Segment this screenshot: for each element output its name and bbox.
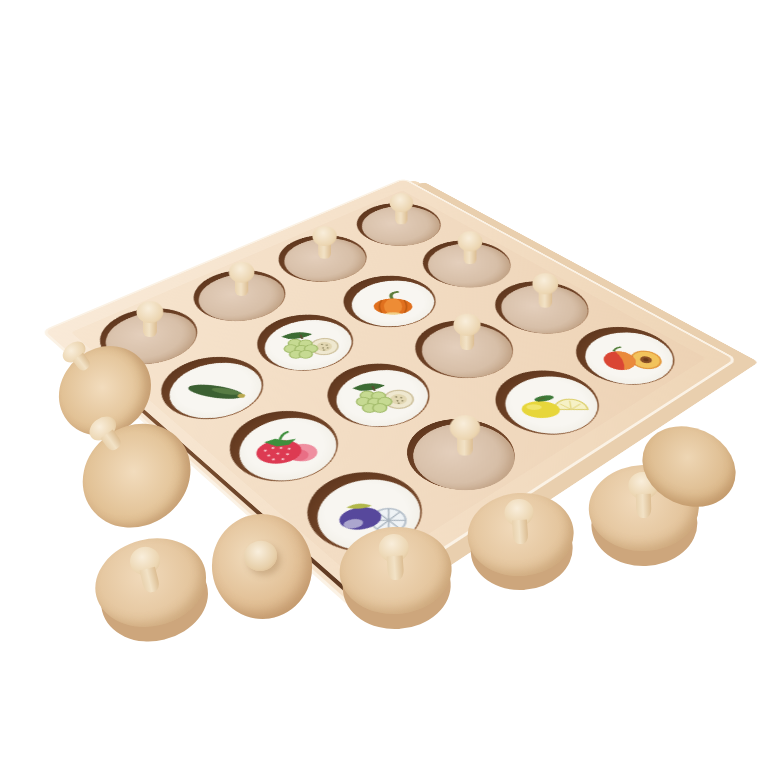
loose-peg-5[interactable]: [336, 519, 455, 633]
loose-pegs: [0, 0, 768, 768]
scene: [0, 0, 768, 768]
loose-peg-3[interactable]: [85, 523, 219, 653]
loose-peg-6[interactable]: [465, 485, 578, 593]
loose-peg-4[interactable]: [205, 507, 319, 625]
peg-knob: [504, 498, 536, 544]
peg-knob: [378, 533, 411, 582]
